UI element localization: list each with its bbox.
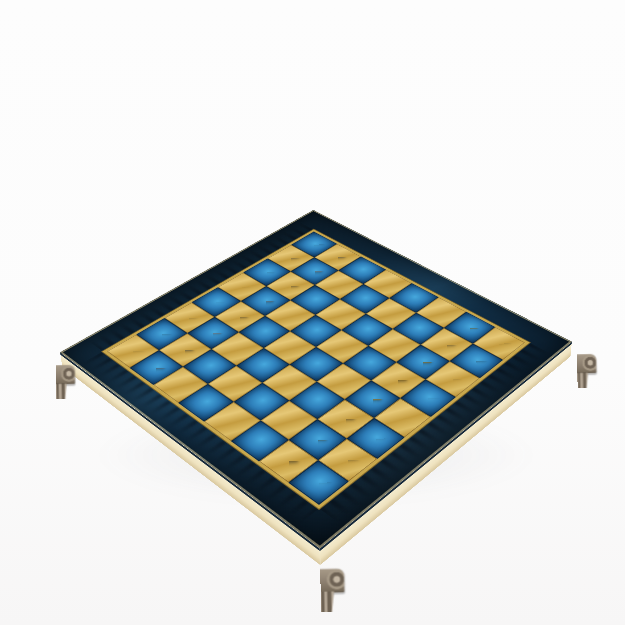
piece-glyph: ♟ [201,309,225,336]
product-photo: ♜♟♟♜♞♟♟♞♝♟♟♝♚♟♟♚♛♟♟♛♝♟♟♝♞♟♟♞♜♟♟♜ [0,0,625,625]
volute-icon [36,365,75,385]
piece-glyph: ♟ [326,235,348,260]
volute-icon [558,354,597,374]
piece-glyph: ♟ [457,304,481,331]
piece-glyph: ♟ [303,249,326,274]
piece-glyph: ♟ [279,263,302,289]
fluting [565,372,590,394]
piece-glyph: ♜ [298,441,338,486]
column-capital-foot [558,354,598,396]
column-capital-foot [296,568,345,620]
chess-board: ♜♟♟♜♞♟♟♞♝♟♟♝♚♟♟♚♛♟♟♛♝♟♟♝♞♟♟♞♜♟♟♜ [60,210,572,548]
piece-glyph: ♟ [173,325,198,353]
fluting [306,591,337,618]
board-surface: ♜♟♟♜♞♟♟♞♝♟♟♝♚♟♟♚♛♟♟♛♝♟♟♝♞♟♟♞♜♟♟♜ [60,210,572,548]
column-capital-foot [36,365,76,407]
volute-icon [296,568,344,593]
piece-glyph: ♟ [254,278,277,304]
piece-glyph: ♟ [228,293,252,319]
fluting [44,383,69,405]
piece-glyph: ♟ [332,392,359,422]
piece-glyph: ♟ [143,343,168,371]
piece-glyph: ♞ [277,232,303,261]
scene: ♜♟♟♜♞♟♟♞♝♟♟♝♚♟♟♚♛♟♟♛♝♟♟♝♞♟♟♞♜♟♟♜ [0,0,625,625]
playing-field: ♜♟♟♜♞♟♟♞♝♟♟♝♚♟♟♚♛♟♟♛♝♟♟♝♞♟♟♞♜♟♟♜ [103,230,530,509]
piece-glyph: ♞ [147,305,176,337]
